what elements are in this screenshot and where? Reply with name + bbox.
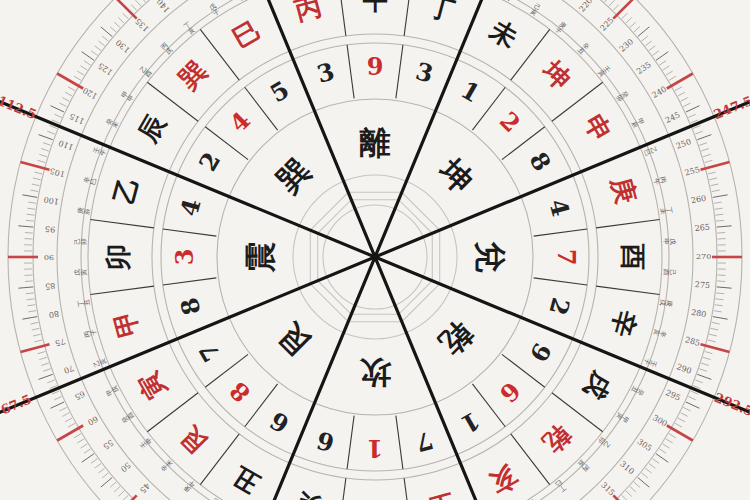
jiazi-char: 申 bbox=[662, 238, 670, 245]
jiazi-char: 卯 bbox=[80, 238, 88, 245]
center-point bbox=[372, 254, 378, 260]
luopan-compass: 0510152025303540455055606570758085909510… bbox=[0, 0, 750, 500]
jiazi-label: 己卯 bbox=[73, 238, 88, 245]
jiazi-label: 己酉 bbox=[662, 269, 677, 277]
loshu-number: 7 bbox=[552, 249, 581, 266]
loshu-number: 1 bbox=[367, 434, 384, 463]
degree-label: 85 bbox=[45, 281, 56, 291]
degree-label: 95 bbox=[45, 224, 56, 234]
jiazi-char: 寅 bbox=[80, 268, 88, 275]
luopan-compass-image: 0510152025303540455055606570758085909510… bbox=[0, 0, 750, 500]
degree-label: 270 bbox=[696, 252, 711, 261]
trigram-坎: 坎 bbox=[360, 355, 393, 391]
jiazi-char: 酉 bbox=[662, 269, 670, 276]
degree-label: 80 bbox=[48, 309, 60, 320]
mountain-卯: 卯 bbox=[103, 244, 133, 271]
jiazi-label: 戊寅 bbox=[73, 268, 88, 276]
degree-label: 265 bbox=[694, 223, 710, 233]
trigram-離: 離 bbox=[359, 124, 391, 160]
jiazi-label: 戊申 bbox=[662, 238, 677, 246]
mountain-酉: 酉 bbox=[618, 243, 648, 270]
loshu-number: 3 bbox=[170, 249, 199, 266]
degree-label: 90 bbox=[44, 253, 54, 262]
loshu-number: 9 bbox=[367, 52, 384, 81]
mountain-午: 午 bbox=[361, 0, 388, 15]
trigram-兌: 兌 bbox=[473, 241, 509, 273]
trigram-震: 震 bbox=[242, 242, 278, 274]
degree-label: 275 bbox=[694, 280, 710, 290]
